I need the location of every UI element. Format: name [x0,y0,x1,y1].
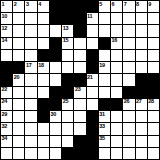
white-cell-r1c1[interactable]: 1 [1,1,12,12]
black-cell-r1c5 [50,1,61,12]
white-cell-r7c9[interactable] [99,74,110,85]
white-cell-r10c10[interactable] [111,111,122,122]
black-cell-r7c12 [136,74,147,85]
black-cell-r1c7 [74,1,85,12]
clue-number-25: 25 [63,98,69,104]
white-cell-r13c11[interactable] [123,148,134,159]
clue-number-12: 12 [2,25,8,31]
clue-number-22: 22 [2,86,8,92]
white-cell-r12c5[interactable] [50,136,61,147]
white-cell-r12c4[interactable] [38,136,49,147]
white-cell-r6c7[interactable] [74,62,85,73]
clue-number-15: 15 [63,37,69,43]
clue-number-2: 2 [14,1,17,7]
white-cell-r10c9[interactable]: 31 [99,111,110,122]
white-cell-r1c10[interactable]: 6 [111,1,122,12]
white-cell-r5c9[interactable] [99,50,110,61]
white-cell-r6c13[interactable] [148,62,159,73]
black-cell-r1c8 [87,1,98,12]
white-cell-r2c10[interactable] [111,13,122,24]
black-cell-r7c13 [148,74,159,85]
black-cell-r7c1 [1,74,12,85]
white-cell-r6c5[interactable] [50,62,61,73]
black-cell-r6c2 [13,62,24,73]
black-cell-r5c8 [87,50,98,61]
clue-number-13: 13 [63,25,69,31]
clue-number-23: 23 [75,86,81,92]
white-cell-r7c4[interactable] [38,74,49,85]
crossword-board: 1234567891011121314151617181920212223242… [0,0,160,160]
clue-number-26: 26 [124,98,130,104]
white-cell-r12c6[interactable] [62,136,73,147]
white-cell-r4c3[interactable] [25,38,36,49]
black-cell-r4c9 [99,38,110,49]
white-cell-r4c10[interactable]: 16 [111,38,122,49]
black-cell-r8c5 [50,87,61,98]
white-cell-r3c13[interactable] [148,25,159,36]
white-cell-r1c3[interactable]: 3 [25,1,36,12]
white-cell-r8c3[interactable] [25,87,36,98]
white-cell-r4c6[interactable]: 15 [62,38,73,49]
white-cell-r7c5[interactable] [50,74,61,85]
black-cell-r10c8 [87,111,98,122]
black-cell-r9c5 [50,99,61,110]
white-cell-r11c11[interactable] [123,123,134,134]
white-cell-r7c10[interactable] [111,74,122,85]
black-cell-r1c6 [62,1,73,12]
white-cell-r10c3[interactable] [25,111,36,122]
white-cell-r2c2[interactable] [13,13,24,24]
clue-number-27: 27 [136,98,142,104]
white-cell-r11c4[interactable] [38,123,49,134]
white-cell-r12c13[interactable] [148,136,159,147]
black-cell-r8c12 [136,87,147,98]
black-cell-r6c8 [87,62,98,73]
black-cell-r12c8 [87,136,98,147]
white-cell-r5c2[interactable] [13,50,24,61]
white-cell-r3c3[interactable] [25,25,36,36]
white-cell-r13c1[interactable] [1,148,12,159]
white-cell-r2c4[interactable] [38,13,49,24]
white-cell-r13c2[interactable] [13,148,24,159]
white-cell-r3c6[interactable]: 13 [62,25,73,36]
white-cell-r10c1[interactable]: 29 [1,111,12,122]
white-cell-r11c10[interactable] [111,123,122,134]
black-cell-r6c1 [1,62,12,73]
black-cell-r13c6 [62,148,73,159]
clue-number-14: 14 [2,37,8,43]
white-cell-r10c6[interactable] [62,111,73,122]
black-cell-r8c11 [123,87,134,98]
clue-number-32: 32 [2,123,8,129]
clue-number-5: 5 [99,1,102,7]
white-cell-r3c5[interactable] [50,25,61,36]
white-cell-r13c13[interactable] [148,148,159,159]
white-cell-r10c2[interactable] [13,111,24,122]
white-cell-r13c12[interactable] [136,148,147,159]
black-cell-r10c4 [38,111,49,122]
white-cell-r13c5[interactable] [50,148,61,159]
white-cell-r11c9[interactable]: 33 [99,123,110,134]
clue-number-17: 17 [26,62,32,68]
white-cell-r8c1[interactable]: 22 [1,87,12,98]
white-cell-r2c3[interactable] [25,13,36,24]
white-cell-r6c6[interactable] [62,62,73,73]
white-cell-r9c8[interactable] [87,99,98,110]
white-cell-r6c12[interactable] [136,62,147,73]
white-cell-r1c11[interactable]: 7 [123,1,134,12]
black-cell-r2c6 [62,13,73,24]
white-cell-r4c12[interactable] [136,38,147,49]
white-cell-r7c8[interactable]: 21 [87,74,98,85]
white-cell-r13c9[interactable] [99,148,110,159]
white-cell-r3c10[interactable] [111,25,122,36]
black-cell-r5c4 [38,50,49,61]
black-cell-r13c7 [74,148,85,159]
white-cell-r12c9[interactable]: 35 [99,136,110,147]
clue-number-20: 20 [14,74,20,80]
black-cell-r8c6 [62,87,73,98]
white-cell-r9c1[interactable]: 24 [1,99,12,110]
white-cell-r5c7[interactable] [74,50,85,61]
white-cell-r11c2[interactable] [13,123,24,134]
white-cell-r6c9[interactable]: 19 [99,62,110,73]
white-cell-r7c11[interactable] [123,74,134,85]
white-cell-r7c2[interactable]: 20 [13,74,24,85]
clue-number-33: 33 [99,123,105,129]
white-cell-r8c7[interactable]: 23 [74,87,85,98]
white-cell-r10c11[interactable] [123,111,134,122]
white-cell-r11c13[interactable] [148,123,159,134]
white-cell-r6c11[interactable] [123,62,134,73]
white-cell-r5c1[interactable] [1,50,12,61]
black-cell-r9c9 [99,99,110,110]
black-cell-r5c5 [50,50,61,61]
white-cell-r5c11[interactable] [123,50,134,61]
white-cell-r5c10[interactable] [111,50,122,61]
white-cell-r4c4[interactable] [38,38,49,49]
clue-number-6: 6 [112,1,115,7]
clue-number-29: 29 [2,111,8,117]
white-cell-r6c4[interactable]: 18 [38,62,49,73]
white-cell-r3c9[interactable] [99,25,110,36]
white-cell-r4c2[interactable] [13,38,24,49]
white-cell-r2c12[interactable] [136,13,147,24]
white-cell-r5c3[interactable] [25,50,36,61]
clue-number-28: 28 [148,98,154,104]
white-cell-r9c7[interactable] [74,99,85,110]
black-cell-r9c10 [111,99,122,110]
clue-number-10: 10 [2,13,8,19]
white-cell-r11c5[interactable] [50,123,61,134]
clue-number-7: 7 [124,1,127,7]
white-cell-r1c12[interactable]: 8 [136,1,147,12]
black-cell-r7c7 [74,74,85,85]
clue-number-18: 18 [38,62,44,68]
white-cell-r8c9[interactable] [99,87,110,98]
white-cell-r7c3[interactable] [25,74,36,85]
clue-number-31: 31 [99,111,105,117]
white-cell-r1c2[interactable]: 2 [13,1,24,12]
clue-number-24: 24 [2,98,8,104]
white-cell-r2c8[interactable]: 11 [87,13,98,24]
white-cell-r4c7[interactable] [74,38,85,49]
white-cell-r12c12[interactable] [136,136,147,147]
white-cell-r13c10[interactable] [111,148,122,159]
white-cell-r11c12[interactable] [136,123,147,134]
white-cell-r13c3[interactable] [25,148,36,159]
clue-number-16: 16 [112,37,118,43]
black-cell-r12c7 [74,136,85,147]
white-cell-r3c8[interactable] [87,25,98,36]
white-cell-r8c10[interactable] [111,87,122,98]
clue-number-3: 3 [26,1,29,7]
white-cell-r6c10[interactable] [111,62,122,73]
black-cell-r2c5 [50,13,61,24]
white-cell-r3c4[interactable] [38,25,49,36]
clue-number-35: 35 [99,135,105,141]
white-cell-r4c1[interactable]: 14 [1,38,12,49]
white-cell-r11c1[interactable]: 32 [1,123,12,134]
white-cell-r12c10[interactable] [111,136,122,147]
clue-number-8: 8 [136,1,139,7]
white-cell-r3c1[interactable]: 12 [1,25,12,36]
white-cell-r3c12[interactable] [136,25,147,36]
white-cell-r9c12[interactable]: 27 [136,99,147,110]
white-cell-r10c7[interactable] [74,111,85,122]
clue-number-19: 19 [99,62,105,68]
white-cell-r8c4[interactable] [38,87,49,98]
white-cell-r4c11[interactable] [123,38,134,49]
white-cell-r1c4[interactable]: 4 [38,1,49,12]
white-cell-r4c8[interactable] [87,38,98,49]
black-cell-r9c4 [38,99,49,110]
clue-number-11: 11 [87,13,92,19]
white-cell-r9c2[interactable] [13,99,24,110]
black-cell-r7c6 [62,74,73,85]
white-cell-r5c13[interactable] [148,50,159,61]
white-cell-r11c7[interactable] [74,123,85,134]
white-cell-r2c11[interactable] [123,13,134,24]
black-cell-r3c7 [74,25,85,36]
white-cell-r10c13[interactable] [148,111,159,122]
white-cell-r5c12[interactable] [136,50,147,61]
white-cell-r12c1[interactable]: 34 [1,136,12,147]
white-cell-r4c13[interactable] [148,38,159,49]
white-cell-r11c3[interactable] [25,123,36,134]
clue-number-1: 1 [2,1,5,7]
white-cell-r12c2[interactable] [13,136,24,147]
black-cell-r2c7 [74,13,85,24]
crossword-grid: 1234567891011121314151617181920212223242… [0,0,160,160]
white-cell-r1c13[interactable]: 9 [148,1,159,12]
white-cell-r10c5[interactable]: 30 [50,111,61,122]
clue-number-21: 21 [87,74,93,80]
white-cell-r10c12[interactable] [136,111,147,122]
black-cell-r13c8 [87,148,98,159]
clue-number-30: 30 [50,111,56,117]
white-cell-r8c8[interactable] [87,87,98,98]
white-cell-r2c9[interactable] [99,13,110,24]
clue-number-4: 4 [38,1,41,7]
white-cell-r3c2[interactable] [13,25,24,36]
white-cell-r6c3[interactable]: 17 [25,62,36,73]
white-cell-r11c6[interactable] [62,123,73,134]
white-cell-r12c11[interactable] [123,136,134,147]
white-cell-r3c11[interactable] [123,25,134,36]
black-cell-r4c5 [50,38,61,49]
white-cell-r8c2[interactable] [13,87,24,98]
clue-number-34: 34 [2,135,8,141]
white-cell-r2c1[interactable]: 10 [1,13,12,24]
white-cell-r12c3[interactable] [25,136,36,147]
white-cell-r2c13[interactable] [148,13,159,24]
black-cell-r8c13 [148,87,159,98]
clue-number-9: 9 [148,1,151,7]
white-cell-r9c6[interactable]: 25 [62,99,73,110]
white-cell-r13c4[interactable] [38,148,49,159]
white-cell-r9c13[interactable]: 28 [148,99,159,110]
white-cell-r5c6[interactable] [62,50,73,61]
white-cell-r9c3[interactable] [25,99,36,110]
white-cell-r1c9[interactable]: 5 [99,1,110,12]
black-cell-r11c8 [87,123,98,134]
white-cell-r9c11[interactable]: 26 [123,99,134,110]
